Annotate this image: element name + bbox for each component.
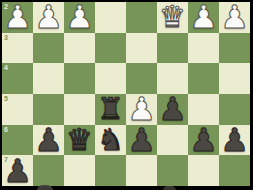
chess-screenshot: 2♟♟♟♛♟♟345♜♟♟6♟♛♞♟♟♟7♟ xyxy=(0,0,253,190)
square-f2[interactable]: ♟ xyxy=(64,2,95,33)
square-g7[interactable] xyxy=(33,155,64,186)
square-a3[interactable] xyxy=(219,33,250,64)
white-pawn-b2[interactable]: ♟ xyxy=(188,2,219,33)
black-pawn-g6[interactable]: ♟ xyxy=(33,125,64,156)
rank-label-6: 6 xyxy=(4,126,8,133)
black-pawn-a6[interactable]: ♟ xyxy=(219,125,250,156)
square-h2[interactable]: 2♟ xyxy=(2,2,33,33)
white-queen-c2[interactable]: ♛ xyxy=(157,2,188,33)
square-d2[interactable] xyxy=(126,2,157,33)
square-g3[interactable] xyxy=(33,33,64,64)
square-g2[interactable]: ♟ xyxy=(33,2,64,33)
square-h7[interactable]: 7♟ xyxy=(2,155,33,186)
rank-label-5: 5 xyxy=(4,95,8,102)
white-pawn-a2[interactable]: ♟ xyxy=(219,2,250,33)
rank-label-4: 4 xyxy=(4,64,8,71)
cropped-piece-top-c8 xyxy=(163,186,176,190)
square-c6[interactable] xyxy=(157,125,188,156)
square-d7[interactable] xyxy=(126,155,157,186)
square-h3[interactable]: 3 xyxy=(2,33,33,64)
square-a6[interactable]: ♟ xyxy=(219,125,250,156)
square-f6[interactable]: ♛ xyxy=(64,125,95,156)
square-b6[interactable]: ♟ xyxy=(188,125,219,156)
square-f5[interactable] xyxy=(64,94,95,125)
white-pawn-g2[interactable]: ♟ xyxy=(33,2,64,33)
square-b7[interactable] xyxy=(188,155,219,186)
square-e5[interactable]: ♜ xyxy=(95,94,126,125)
square-e7[interactable] xyxy=(95,155,126,186)
square-h4[interactable]: 4 xyxy=(2,63,33,94)
square-c5[interactable]: ♟ xyxy=(157,94,188,125)
black-pawn-b6[interactable]: ♟ xyxy=(188,125,219,156)
square-f4[interactable] xyxy=(64,63,95,94)
square-d6[interactable]: ♟ xyxy=(126,125,157,156)
square-d3[interactable] xyxy=(126,33,157,64)
rank-label-3: 3 xyxy=(4,34,8,41)
square-a7[interactable] xyxy=(219,155,250,186)
square-c2[interactable]: ♛ xyxy=(157,2,188,33)
white-pawn-h2[interactable]: ♟ xyxy=(2,2,33,33)
square-b3[interactable] xyxy=(188,33,219,64)
letterbox-bar-left xyxy=(0,0,2,190)
square-e6[interactable]: ♞ xyxy=(95,125,126,156)
square-h5[interactable]: 5 xyxy=(2,94,33,125)
black-pawn-d6[interactable]: ♟ xyxy=(126,125,157,156)
letterbox-bar-right xyxy=(250,0,253,190)
square-g6[interactable]: ♟ xyxy=(33,125,64,156)
square-f7[interactable] xyxy=(64,155,95,186)
letterbox-bar-top xyxy=(0,0,253,2)
white-pawn-f2[interactable]: ♟ xyxy=(64,2,95,33)
black-pawn-c5[interactable]: ♟ xyxy=(157,94,188,125)
square-e3[interactable] xyxy=(95,33,126,64)
black-knight-e6[interactable]: ♞ xyxy=(95,125,126,156)
black-queen-f6[interactable]: ♛ xyxy=(64,125,95,156)
square-c7[interactable] xyxy=(157,155,188,186)
chess-board: 2♟♟♟♛♟♟345♜♟♟6♟♛♞♟♟♟7♟ xyxy=(2,2,250,186)
square-c3[interactable] xyxy=(157,33,188,64)
square-a2[interactable]: ♟ xyxy=(219,2,250,33)
square-h6[interactable]: 6 xyxy=(2,125,33,156)
square-e4[interactable] xyxy=(95,63,126,94)
square-b4[interactable] xyxy=(188,63,219,94)
black-pawn-h7[interactable]: ♟ xyxy=(2,155,33,186)
square-g4[interactable] xyxy=(33,63,64,94)
square-a4[interactable] xyxy=(219,63,250,94)
square-b2[interactable]: ♟ xyxy=(188,2,219,33)
square-e2[interactable] xyxy=(95,2,126,33)
cropped-piece-top-g8 xyxy=(37,185,53,190)
square-f3[interactable] xyxy=(64,33,95,64)
black-rook-e5[interactable]: ♜ xyxy=(95,94,126,125)
